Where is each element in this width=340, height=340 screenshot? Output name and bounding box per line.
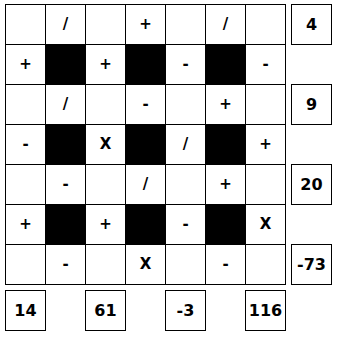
operator-cell-r3c4: - bbox=[126, 85, 166, 125]
operator-cell-r2c5: - bbox=[166, 45, 206, 85]
entry-cell-r3c5[interactable] bbox=[166, 85, 206, 125]
entry-cell-r3c7[interactable] bbox=[246, 85, 286, 125]
blocked-cell-r6c4 bbox=[126, 205, 166, 245]
col-result-5: -3 bbox=[165, 290, 206, 331]
blocked-cell-r6c6 bbox=[206, 205, 246, 245]
entry-cell-r1c3[interactable] bbox=[86, 5, 126, 45]
operator-cell-r4c1: - bbox=[6, 125, 46, 165]
entry-cell-r3c1[interactable] bbox=[6, 85, 46, 125]
operator-cell-r6c7: X bbox=[246, 205, 286, 245]
entry-cell-r1c7[interactable] bbox=[246, 5, 286, 45]
operator-cell-r6c5: - bbox=[166, 205, 206, 245]
operator-cell-r2c3: + bbox=[86, 45, 126, 85]
operator-cell-r7c4: X bbox=[126, 245, 166, 285]
operator-cell-r1c6: / bbox=[206, 5, 246, 45]
blocked-cell-r2c6 bbox=[206, 45, 246, 85]
operator-cell-r7c2: - bbox=[46, 245, 86, 285]
row-result-7: -73 bbox=[291, 244, 332, 285]
col-result-1: 14 bbox=[5, 290, 46, 331]
operator-cell-r4c7: + bbox=[246, 125, 286, 165]
col-result-7: 116 bbox=[245, 290, 286, 331]
blocked-cell-r4c4 bbox=[126, 125, 166, 165]
entry-cell-r3c3[interactable] bbox=[86, 85, 126, 125]
blocked-cell-r4c6 bbox=[206, 125, 246, 165]
puzzle-canvas: /+/++--/-+-X/+-/+++-X-X- 4 9 20 -73 14 6… bbox=[0, 0, 340, 340]
entry-cell-r5c3[interactable] bbox=[86, 165, 126, 205]
row-result-3: 9 bbox=[291, 84, 332, 125]
puzzle-grid: /+/++--/-+-X/+-/+++-X-X- bbox=[5, 4, 286, 285]
operator-cell-r3c6: + bbox=[206, 85, 246, 125]
operator-cell-r1c4: + bbox=[126, 5, 166, 45]
entry-cell-r5c1[interactable] bbox=[6, 165, 46, 205]
operator-cell-r4c3: X bbox=[86, 125, 126, 165]
blocked-cell-r4c2 bbox=[46, 125, 86, 165]
operator-cell-r5c4: / bbox=[126, 165, 166, 205]
entry-cell-r1c5[interactable] bbox=[166, 5, 206, 45]
blocked-cell-r6c2 bbox=[46, 205, 86, 245]
row-result-5: 20 bbox=[291, 164, 332, 205]
entry-cell-r7c5[interactable] bbox=[166, 245, 206, 285]
entry-cell-r1c1[interactable] bbox=[6, 5, 46, 45]
operator-cell-r4c5: / bbox=[166, 125, 206, 165]
entry-cell-r5c7[interactable] bbox=[246, 165, 286, 205]
operator-cell-r1c2: / bbox=[46, 5, 86, 45]
operator-cell-r5c2: - bbox=[46, 165, 86, 205]
operator-cell-r3c2: / bbox=[46, 85, 86, 125]
blocked-cell-r2c2 bbox=[46, 45, 86, 85]
col-result-3: 61 bbox=[85, 290, 126, 331]
entry-cell-r5c5[interactable] bbox=[166, 165, 206, 205]
operator-cell-r7c6: - bbox=[206, 245, 246, 285]
entry-cell-r7c3[interactable] bbox=[86, 245, 126, 285]
operator-cell-r6c1: + bbox=[6, 205, 46, 245]
entry-cell-r7c7[interactable] bbox=[246, 245, 286, 285]
entry-cell-r7c1[interactable] bbox=[6, 245, 46, 285]
operator-cell-r6c3: + bbox=[86, 205, 126, 245]
operator-cell-r2c7: - bbox=[246, 45, 286, 85]
blocked-cell-r2c4 bbox=[126, 45, 166, 85]
operator-cell-r2c1: + bbox=[6, 45, 46, 85]
operator-cell-r5c6: + bbox=[206, 165, 246, 205]
row-result-1: 4 bbox=[291, 4, 332, 45]
